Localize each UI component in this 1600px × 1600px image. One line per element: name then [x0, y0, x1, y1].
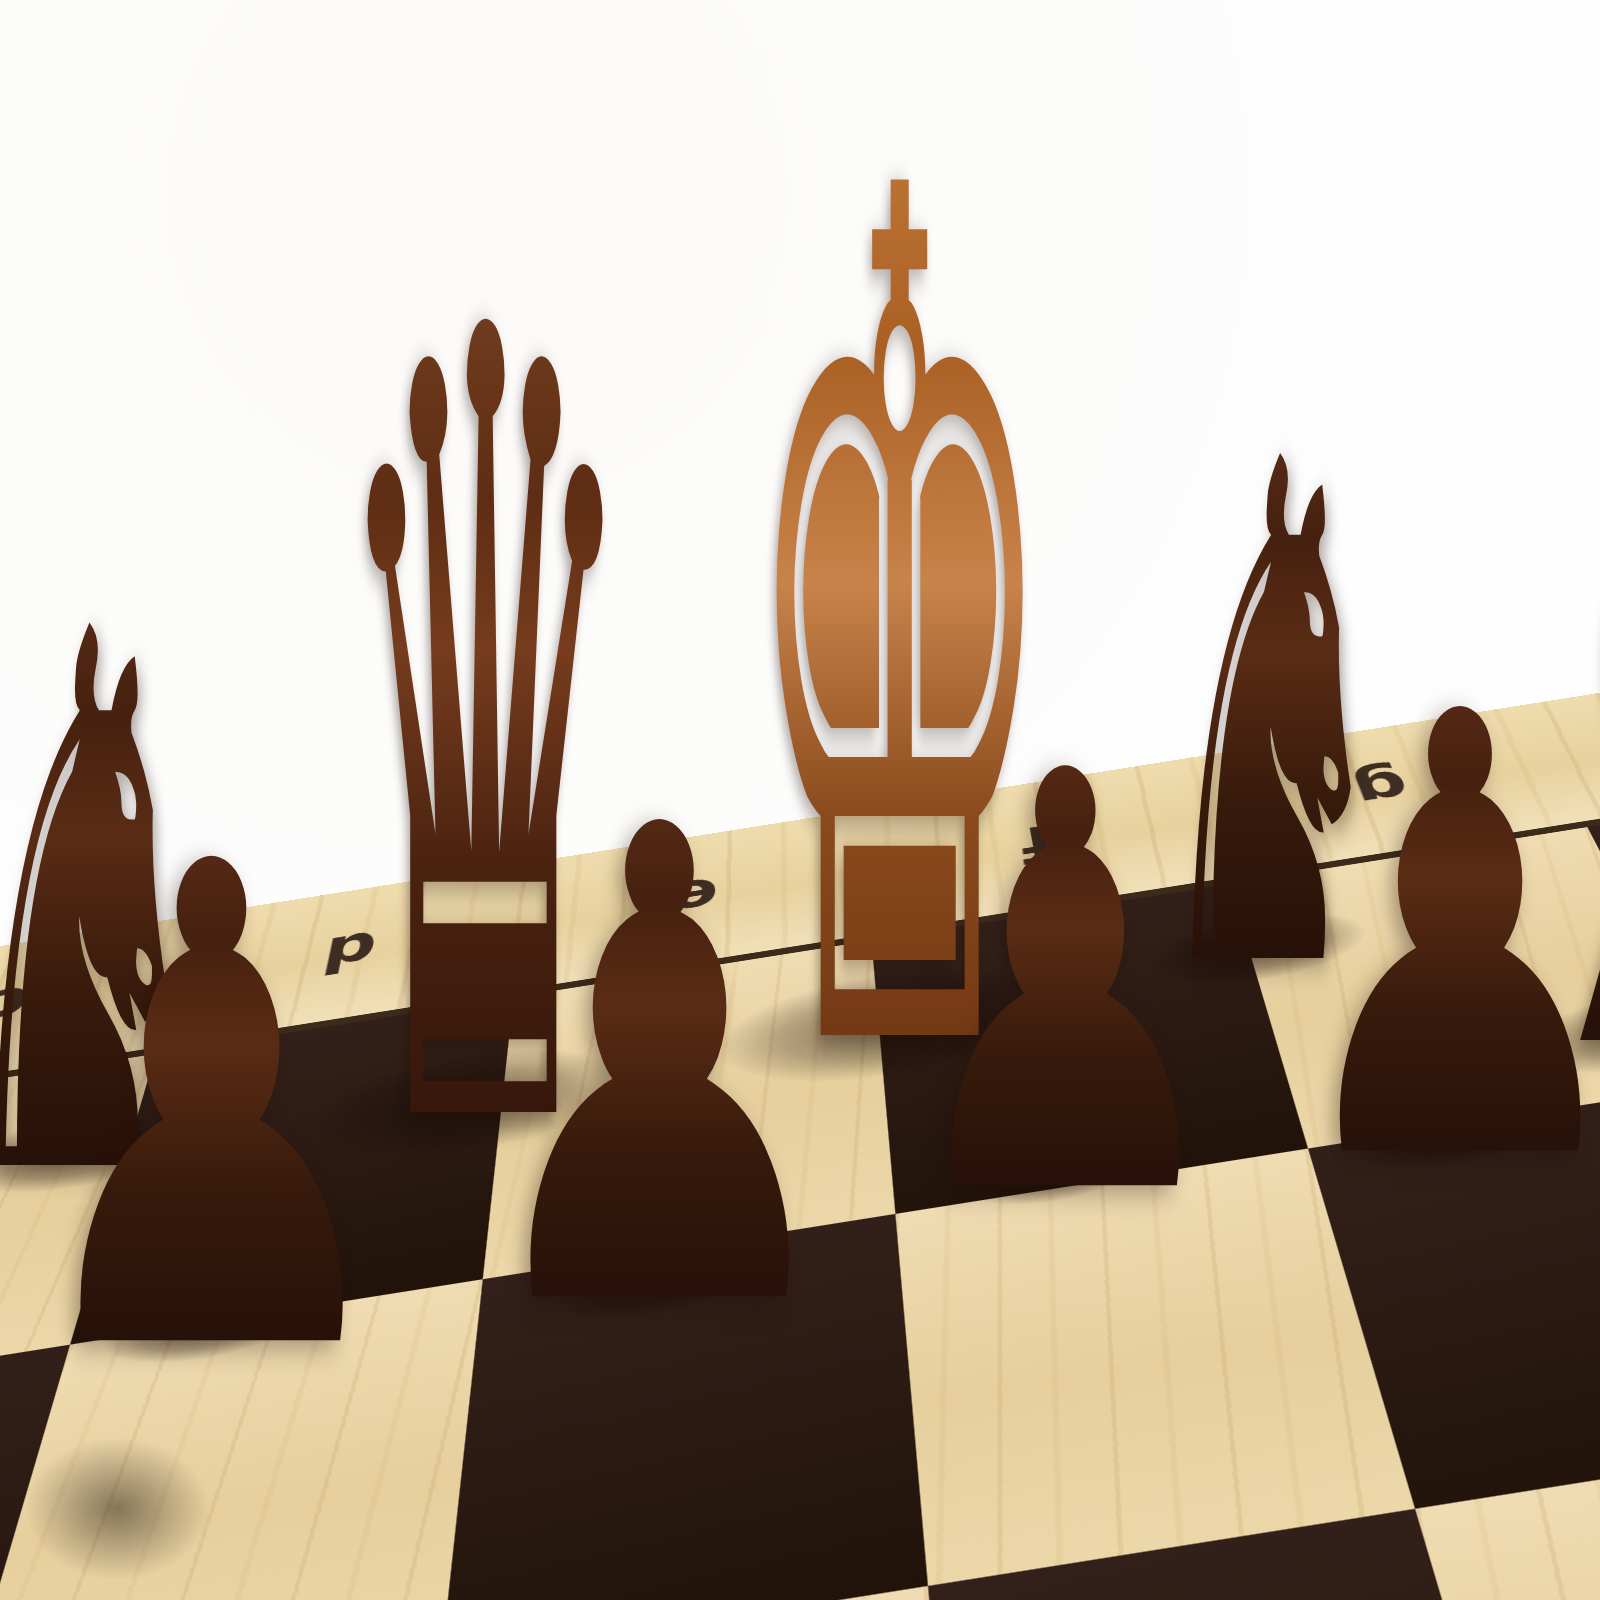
product-photo-wooden-chess-set: abcdefgh ♞♟♛♟♚♟♞♟♝: [0, 0, 1600, 1600]
pieces-layer: ♞♟♛♟♚♟♞♟♝: [0, 0, 1600, 1600]
piece-pawn-e2[interactable]: ♟: [444, 744, 875, 1397]
piece-pawn-d2[interactable]: ♟: [0, 779, 431, 1442]
piece-pawn-g2[interactable]: ♟: [1259, 635, 1600, 1243]
piece-pawn-f2[interactable]: ♟: [875, 699, 1255, 1274]
